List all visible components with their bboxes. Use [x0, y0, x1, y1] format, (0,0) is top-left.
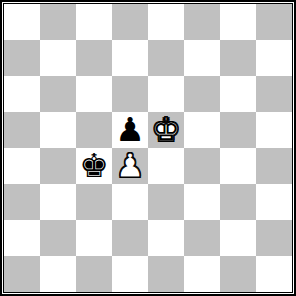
- square-d1[interactable]: [112, 256, 148, 292]
- square-e6[interactable]: [148, 76, 184, 112]
- square-a1[interactable]: [4, 256, 40, 292]
- square-h3[interactable]: [256, 184, 292, 220]
- square-d8[interactable]: [112, 4, 148, 40]
- square-f4[interactable]: [184, 148, 220, 184]
- square-b2[interactable]: [40, 220, 76, 256]
- black-king: ♚: [79, 148, 109, 184]
- square-b7[interactable]: [40, 40, 76, 76]
- square-g7[interactable]: [220, 40, 256, 76]
- white-pawn: ♟: [115, 148, 145, 184]
- square-c4[interactable]: ♚: [76, 148, 112, 184]
- square-b1[interactable]: [40, 256, 76, 292]
- square-a5[interactable]: [4, 112, 40, 148]
- square-c6[interactable]: [76, 76, 112, 112]
- square-a8[interactable]: [4, 4, 40, 40]
- square-h1[interactable]: [256, 256, 292, 292]
- square-b8[interactable]: [40, 4, 76, 40]
- square-f6[interactable]: [184, 76, 220, 112]
- black-pawn: ♟: [115, 112, 145, 148]
- square-g3[interactable]: [220, 184, 256, 220]
- square-b6[interactable]: [40, 76, 76, 112]
- square-h6[interactable]: [256, 76, 292, 112]
- square-a7[interactable]: [4, 40, 40, 76]
- square-e7[interactable]: [148, 40, 184, 76]
- square-d3[interactable]: [112, 184, 148, 220]
- square-a2[interactable]: [4, 220, 40, 256]
- square-b5[interactable]: [40, 112, 76, 148]
- square-h5[interactable]: [256, 112, 292, 148]
- square-f2[interactable]: [184, 220, 220, 256]
- square-d6[interactable]: [112, 76, 148, 112]
- square-h2[interactable]: [256, 220, 292, 256]
- square-b4[interactable]: [40, 148, 76, 184]
- square-d2[interactable]: [112, 220, 148, 256]
- square-f1[interactable]: [184, 256, 220, 292]
- square-g4[interactable]: [220, 148, 256, 184]
- square-c7[interactable]: [76, 40, 112, 76]
- square-g6[interactable]: [220, 76, 256, 112]
- square-e4[interactable]: [148, 148, 184, 184]
- square-b3[interactable]: [40, 184, 76, 220]
- square-e1[interactable]: [148, 256, 184, 292]
- square-c3[interactable]: [76, 184, 112, 220]
- square-g8[interactable]: [220, 4, 256, 40]
- square-f8[interactable]: [184, 4, 220, 40]
- square-g2[interactable]: [220, 220, 256, 256]
- square-f7[interactable]: [184, 40, 220, 76]
- square-a6[interactable]: [4, 76, 40, 112]
- white-king: ♚: [151, 112, 181, 148]
- square-d5[interactable]: ♟: [112, 112, 148, 148]
- board-frame: ♟♚♚♟: [0, 0, 296, 296]
- square-f5[interactable]: [184, 112, 220, 148]
- square-c2[interactable]: [76, 220, 112, 256]
- square-e8[interactable]: [148, 4, 184, 40]
- square-d4[interactable]: ♟: [112, 148, 148, 184]
- square-a3[interactable]: [4, 184, 40, 220]
- square-h7[interactable]: [256, 40, 292, 76]
- square-e5[interactable]: ♚: [148, 112, 184, 148]
- square-g5[interactable]: [220, 112, 256, 148]
- chess-board: ♟♚♚♟: [3, 3, 293, 293]
- square-h4[interactable]: [256, 148, 292, 184]
- square-e3[interactable]: [148, 184, 184, 220]
- square-a4[interactable]: [4, 148, 40, 184]
- square-f3[interactable]: [184, 184, 220, 220]
- square-d7[interactable]: [112, 40, 148, 76]
- square-c8[interactable]: [76, 4, 112, 40]
- square-h8[interactable]: [256, 4, 292, 40]
- square-g1[interactable]: [220, 256, 256, 292]
- square-e2[interactable]: [148, 220, 184, 256]
- square-c1[interactable]: [76, 256, 112, 292]
- square-c5[interactable]: [76, 112, 112, 148]
